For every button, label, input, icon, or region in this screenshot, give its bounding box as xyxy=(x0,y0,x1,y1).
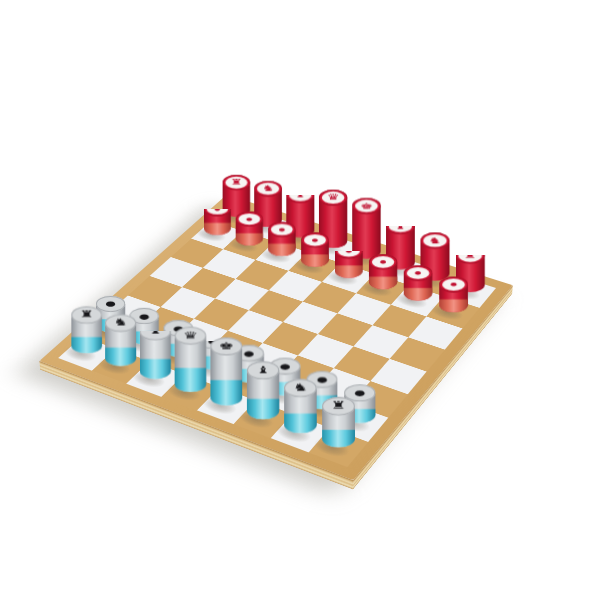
piece-top-cap: ♞ xyxy=(254,180,282,196)
piece-top-cap: ● xyxy=(301,232,329,247)
pawn-icon: ● xyxy=(316,376,327,383)
piece-top-cap: ♞ xyxy=(284,378,317,396)
piece-red-pawn-f7[interactable]: ● xyxy=(369,262,397,289)
piece-top-label: ♜ xyxy=(458,249,481,262)
pawn-icon: ● xyxy=(243,350,254,357)
piece-base-band xyxy=(403,288,432,301)
piece-top-cap: ♜ xyxy=(71,306,102,323)
piece-top-label: ♜ xyxy=(71,306,102,323)
piece-base-band xyxy=(268,244,296,256)
piece-top-label: ● xyxy=(371,256,393,268)
piece-top-cap: ♜ xyxy=(456,247,485,264)
piece-top-label: ♝ xyxy=(140,322,171,340)
piece-top-cap: ♛ xyxy=(319,189,347,205)
piece-base-band xyxy=(203,223,230,235)
queen-icon: ♛ xyxy=(327,193,340,201)
piece-red-pawn-b7[interactable]: ● xyxy=(235,219,262,245)
piece-grey-king-e1[interactable]: ♚ xyxy=(210,346,242,406)
piece-grey-rook-a1[interactable]: ♜ xyxy=(71,314,102,353)
piece-base-band xyxy=(322,430,355,448)
piece-top-cap: ♜ xyxy=(223,174,251,190)
knight-icon: ♞ xyxy=(293,383,309,393)
piece-top-label: ♝ xyxy=(389,219,412,231)
king-icon: ♚ xyxy=(219,341,234,351)
rook-icon: ♜ xyxy=(230,178,242,186)
piece-top-label: ♚ xyxy=(210,337,242,355)
piece-top-label: ♚ xyxy=(355,199,378,211)
piece-top-cap: ● xyxy=(203,201,230,216)
piece-top-cap: ● xyxy=(334,243,362,258)
pawn-icon: ● xyxy=(105,300,116,307)
piece-base-band xyxy=(439,299,468,312)
piece-base-band xyxy=(235,233,262,245)
piece-base-band xyxy=(175,368,207,392)
product-photo-scene: ♜♞♝♛♚♝♞♜●●●●●●●●●●●●●●●●♜♞♝♛♚♝♞♜ xyxy=(0,0,600,600)
piece-top-cap: ● xyxy=(403,265,432,281)
piece-red-pawn-h7[interactable]: ● xyxy=(439,284,468,312)
pawn-icon: ● xyxy=(311,238,318,242)
piece-base-band xyxy=(210,380,242,406)
bishop-icon: ♝ xyxy=(294,190,307,198)
piece-top-cap: ● xyxy=(235,211,262,226)
pawn-icon: ● xyxy=(354,389,365,397)
piece-top-label: ♛ xyxy=(175,326,207,344)
piece-top-label: ♞ xyxy=(284,378,317,396)
piece-top-label: ♜ xyxy=(322,396,355,415)
piece-top-label: ● xyxy=(304,234,326,246)
piece-top-label: ● xyxy=(271,224,293,235)
piece-top-label: ♝ xyxy=(247,361,279,379)
piece-top-cap: ♝ xyxy=(386,217,415,233)
piece-top-label: ● xyxy=(206,203,227,214)
pawn-icon: ● xyxy=(138,312,149,319)
piece-base-band xyxy=(301,254,329,266)
piece-top-cap: ♜ xyxy=(322,396,355,415)
pawn-icon: ● xyxy=(345,249,352,253)
knight-icon: ♞ xyxy=(113,318,128,328)
queen-icon: ♛ xyxy=(183,330,198,340)
piece-grey-knight-g1[interactable]: ♞ xyxy=(284,388,317,434)
piece-top-cap: ♚ xyxy=(352,197,381,213)
piece-base-band xyxy=(247,399,279,419)
bishop-icon: ♝ xyxy=(394,221,407,229)
piece-top-cap: ● xyxy=(369,254,397,270)
piece-top-label: ● xyxy=(337,245,359,257)
piece-top-cap: ● xyxy=(439,276,468,292)
piece-base-band xyxy=(284,414,317,434)
pawn-icon: ● xyxy=(214,206,221,210)
piece-base-band xyxy=(140,359,171,379)
piece-top-label: ● xyxy=(406,267,429,279)
piece-top-cap: ♝ xyxy=(140,322,171,340)
piece-top-cap: ● xyxy=(96,296,125,312)
piece-red-pawn-e7[interactable]: ● xyxy=(334,251,362,278)
bishop-icon: ♝ xyxy=(255,365,270,375)
piece-base-band xyxy=(105,347,136,366)
bishop-icon: ♝ xyxy=(148,326,163,336)
rook-icon: ♜ xyxy=(79,310,94,320)
piece-grey-bishop-f1[interactable]: ♝ xyxy=(247,370,279,420)
piece-grey-bishop-c1[interactable]: ♝ xyxy=(140,331,171,379)
chess-board: ♜♞♝♛♚♝♞♜●●●●●●●●●●●●●●●●♜♞♝♛♚♝♞♜ xyxy=(39,195,512,481)
piece-red-pawn-d7[interactable]: ● xyxy=(301,240,329,267)
piece-grey-rook-h1[interactable]: ♜ xyxy=(322,406,355,448)
piece-base-band xyxy=(369,276,397,289)
knight-icon: ♞ xyxy=(262,184,274,192)
knight-icon: ♞ xyxy=(428,236,441,244)
piece-red-pawn-c7[interactable]: ● xyxy=(268,229,296,256)
piece-top-cap: ♚ xyxy=(210,337,242,355)
pawn-icon: ● xyxy=(450,282,457,287)
piece-top-label: ♛ xyxy=(322,191,345,203)
pawn-icon: ● xyxy=(379,260,386,265)
rook-icon: ♜ xyxy=(464,251,477,260)
piece-red-pawn-g7[interactable]: ● xyxy=(403,273,432,301)
pawn-icon: ● xyxy=(414,271,421,276)
piece-top-cap: ♝ xyxy=(247,361,279,379)
piece-top-cap: ♛ xyxy=(175,326,207,344)
rook-icon: ♜ xyxy=(331,401,347,411)
piece-top-cap: ♞ xyxy=(105,314,136,332)
pawn-icon: ● xyxy=(278,227,285,231)
piece-red-pawn-a7[interactable]: ● xyxy=(203,209,230,235)
piece-top-label: ♞ xyxy=(423,234,446,247)
piece-grey-queen-d1[interactable]: ♛ xyxy=(175,335,207,392)
piece-top-label: ● xyxy=(96,296,125,312)
piece-top-cap: ● xyxy=(268,222,296,237)
piece-base-band xyxy=(334,265,362,278)
piece-top-label: ♞ xyxy=(105,314,136,332)
pawn-icon: ● xyxy=(246,217,253,221)
pawn-icon: ● xyxy=(279,362,290,369)
piece-top-label: ♝ xyxy=(289,188,311,200)
piece-top-label: ● xyxy=(238,213,260,224)
piece-base-band xyxy=(71,337,102,353)
king-icon: ♚ xyxy=(360,201,373,209)
piece-top-label: ♜ xyxy=(225,176,247,188)
piece-top-label: ♞ xyxy=(257,182,279,194)
piece-grey-knight-b1[interactable]: ♞ xyxy=(105,323,136,366)
piece-top-cap: ♞ xyxy=(420,232,449,248)
piece-top-cap: ♝ xyxy=(286,187,314,203)
piece-top-label: ● xyxy=(442,278,465,290)
